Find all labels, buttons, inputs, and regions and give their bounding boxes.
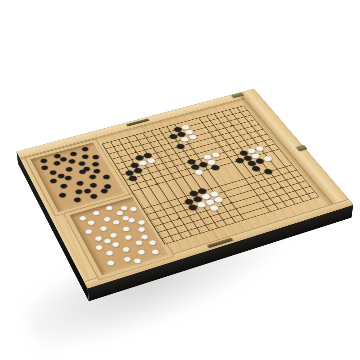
- board-cell: [166, 189, 178, 197]
- board-cell: [137, 190, 149, 198]
- tray-stone: ●: [103, 217, 112, 222]
- board-cell: [295, 184, 308, 192]
- board-cell: [233, 196, 246, 204]
- board-cell: [220, 207, 233, 215]
- tray-stone: ●: [102, 174, 111, 179]
- board-cell: [225, 198, 238, 206]
- tray-stone: ●: [94, 235, 103, 241]
- board-cell: [271, 192, 284, 200]
- board-cell: [237, 202, 250, 210]
- white-stone: ●: [212, 196, 224, 204]
- tray-stone: ●: [92, 211, 101, 216]
- tray-stone: ●: [105, 205, 114, 210]
- board-cell: ●: [208, 204, 221, 212]
- board-cell: [182, 211, 195, 220]
- black-stone: ●: [187, 189, 199, 197]
- go-box-top: ●●●●●●●●●●●●●●●●●●●●●●●●●●●●●●●● ●●●●●●●…: [17, 89, 354, 288]
- board-cell: [283, 195, 296, 203]
- tray-stone: ●: [69, 152, 77, 157]
- tray-stone: ●: [137, 227, 146, 232]
- board-cell: [275, 184, 288, 192]
- tray-stone: ●: [88, 174, 97, 179]
- tray-stone: ●: [58, 193, 67, 198]
- tray-stone: ●: [137, 249, 146, 255]
- board-cell: ●: [186, 203, 199, 211]
- board-cell: [171, 181, 183, 189]
- tray-stone: ●: [121, 247, 130, 253]
- board-cell: [229, 190, 242, 198]
- board-cell: [262, 194, 275, 202]
- board-cell: [164, 217, 177, 226]
- tray-stone: ●: [84, 229, 93, 234]
- black-stone: ●: [183, 198, 195, 206]
- board-cell: [225, 185, 237, 193]
- board-cell: [233, 210, 246, 218]
- board-cell: [211, 224, 224, 233]
- board-cell: [157, 205, 169, 213]
- board-cell: [198, 220, 211, 229]
- board-cell: ●: [195, 200, 208, 208]
- board-cell: [254, 197, 267, 205]
- board-cell: [258, 188, 271, 196]
- tray-stone: ●: [105, 250, 114, 256]
- tray-stone: ●: [134, 240, 143, 246]
- board-cell: [296, 198, 309, 206]
- board-cell: [209, 176, 221, 184]
- board-cell: [216, 215, 229, 224]
- black-stone: ●: [187, 203, 199, 211]
- tray-stone: ●: [111, 241, 120, 247]
- board-cell: [169, 208, 182, 216]
- board-cell: [246, 199, 259, 207]
- board-cell: [216, 187, 228, 195]
- board-cell: [213, 182, 225, 190]
- board-cell: [221, 193, 234, 201]
- board-cell: [241, 207, 254, 215]
- scene: ●●●●●●●●●●●●●●●●●●●●●●●●●●●●●●●● ●●●●●●●…: [0, 0, 360, 360]
- white-stone: ●: [204, 198, 216, 206]
- board-cell: [159, 225, 172, 234]
- board-cell: [237, 216, 250, 225]
- board-cell: [262, 181, 275, 189]
- tray-stone: ●: [57, 174, 65, 179]
- tray-stone: ●: [40, 158, 48, 163]
- board-cell: [224, 213, 237, 222]
- tray-stone: ●: [115, 210, 124, 215]
- tray-stone: ●: [40, 165, 48, 170]
- board-cell: [194, 229, 207, 238]
- tray-stone: ●: [59, 157, 67, 162]
- tray-stone: ●: [76, 180, 85, 185]
- board-cell: ●: [204, 198, 217, 206]
- board-cell: [280, 203, 293, 211]
- black-stone: ●: [191, 195, 203, 203]
- white-stone: ●: [208, 190, 220, 198]
- board-cell: [139, 177, 151, 185]
- board-cell: [220, 221, 233, 230]
- board-cell: [130, 179, 142, 187]
- board-cell: ●: [191, 195, 203, 203]
- board-cell: [267, 200, 280, 208]
- board-cell: [266, 186, 279, 194]
- tray-stone: ●: [112, 219, 121, 224]
- board-cell: [287, 187, 300, 195]
- board-cell: [170, 194, 182, 202]
- board-cell: ●: [183, 197, 195, 205]
- board-cell: [291, 179, 304, 187]
- board-cell: [186, 217, 199, 226]
- board-cell: [168, 222, 181, 231]
- go-set-product-photo: ●●●●●●●●●●●●●●●●●●●●●●●●●●●●●●●● ●●●●●●●…: [0, 0, 360, 360]
- board-cell: ●: [208, 190, 220, 198]
- board-cell: [263, 208, 276, 216]
- board-cell: [207, 218, 220, 227]
- board-cell: [283, 181, 296, 189]
- board-cell: [229, 204, 242, 212]
- tray-stone: ●: [103, 184, 112, 189]
- board-cell: [160, 211, 173, 220]
- board-cell: [154, 185, 166, 193]
- white-stone: ●: [208, 204, 220, 212]
- board-cell: [241, 180, 253, 188]
- tray-stone: ●: [89, 183, 98, 188]
- board-cell: [300, 190, 313, 198]
- board-cell: [176, 235, 189, 244]
- board-cell: [151, 213, 164, 222]
- tray-stone: ●: [82, 166, 90, 171]
- tray-stone: ●: [78, 216, 87, 221]
- board-cell: [279, 189, 292, 197]
- tray-stone: ●: [99, 226, 108, 231]
- board-cell: [163, 231, 176, 240]
- board-cell: [292, 192, 305, 200]
- tray-stone: ●: [100, 188, 109, 193]
- white-stone: ●: [195, 201, 207, 209]
- board-cell: [254, 211, 267, 219]
- board-cell: [270, 178, 282, 186]
- tray-stone: ●: [59, 184, 68, 189]
- board-cell: [246, 213, 259, 222]
- board-cell: [190, 223, 203, 232]
- tray-stone: ●: [73, 197, 82, 202]
- board-cell: [159, 178, 171, 186]
- board-cell: [185, 232, 198, 241]
- tray-stone: ●: [53, 161, 61, 166]
- tray-stone: ●: [122, 256, 131, 262]
- board-cell: [275, 197, 288, 205]
- tray-stone: ●: [132, 258, 141, 264]
- board-cell: [304, 195, 317, 203]
- board-cell: [173, 214, 186, 223]
- tray-stone: ●: [65, 167, 73, 172]
- board-cell: [288, 200, 301, 208]
- board-cell: [134, 185, 146, 193]
- board-cell: [146, 188, 158, 196]
- board-cell: [151, 180, 163, 188]
- board-cell: [212, 209, 225, 217]
- tray-stone: ●: [127, 217, 136, 222]
- board-cell: [155, 219, 168, 228]
- tray-stone: ●: [87, 220, 96, 225]
- black-stone: ●: [196, 187, 208, 195]
- board-cell: [177, 220, 190, 229]
- tray-stone: ●: [140, 234, 149, 240]
- tray-stone: ●: [49, 178, 58, 183]
- board-cell: [167, 237, 180, 246]
- board-cell: [203, 212, 216, 221]
- board-cell: [250, 178, 262, 186]
- tray-stone: ●: [83, 188, 92, 193]
- board-cell: [163, 183, 175, 191]
- tray-stone: ●: [89, 194, 98, 199]
- board-cell: [216, 201, 229, 209]
- tray-stone: ●: [91, 155, 99, 160]
- tray-stone: ●: [91, 162, 99, 167]
- tray-stone: ●: [81, 147, 89, 152]
- board-cell: [200, 179, 212, 187]
- tray-stone: ●: [94, 245, 103, 251]
- board-cell: [258, 202, 271, 210]
- tray-stone: ●: [124, 235, 133, 241]
- tray-stone: ●: [119, 205, 128, 210]
- board-cell: [178, 205, 191, 213]
- board-cell: [271, 205, 284, 213]
- board-cell: [304, 182, 317, 190]
- tray-stone: ●: [151, 249, 160, 255]
- board-cell: [254, 183, 267, 191]
- tray-stone: ●: [103, 238, 112, 244]
- tray-stone: ●: [121, 215, 130, 220]
- board-cell: [199, 206, 212, 214]
- board-cell: [148, 207, 160, 215]
- board-cell: [204, 184, 216, 192]
- board-cell: [165, 202, 177, 210]
- tray-stone: ●: [81, 154, 89, 159]
- board-cell: [141, 196, 153, 204]
- tray-stone: ●: [68, 159, 76, 164]
- board-cell: ●: [212, 195, 225, 203]
- board-cell: [250, 205, 263, 213]
- board-cell: [172, 228, 185, 237]
- board-cell: ●: [200, 192, 212, 200]
- tray-stone: ●: [121, 226, 130, 231]
- board-cell: [229, 218, 242, 227]
- board-cell: [175, 186, 187, 194]
- tray-stone: ●: [109, 232, 118, 237]
- board-cell: [174, 200, 186, 208]
- tray-stone: ●: [106, 260, 115, 266]
- board-cell: [246, 185, 259, 193]
- white-stone: ●: [200, 192, 212, 200]
- tray-stone: ●: [75, 189, 84, 194]
